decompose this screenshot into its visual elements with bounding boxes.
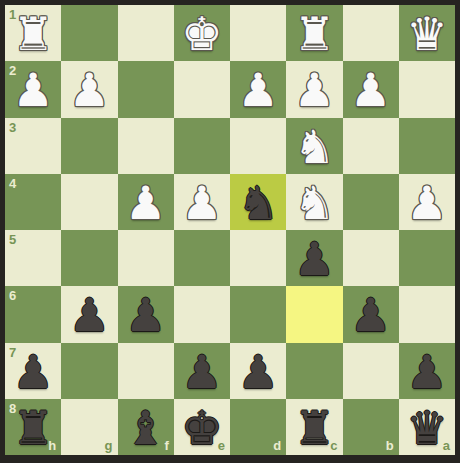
board-frame: 1♜♚♜♛2♟♟♟♟♟3♞4♟♟♞♞♟5♟6♟♟♟7♟♟♟♟8h♜gf♝e♚dc…	[0, 0, 460, 463]
square-a3[interactable]	[399, 118, 455, 174]
square-d3[interactable]	[230, 118, 286, 174]
rank-label-5: 5	[9, 233, 16, 246]
black-pawn[interactable]: ♟	[230, 343, 286, 399]
square-h1[interactable]: 1♜	[5, 5, 61, 61]
square-b6[interactable]: ♟	[343, 286, 399, 342]
square-a8[interactable]: a♛	[399, 399, 455, 455]
square-c6[interactable]	[286, 286, 342, 342]
square-h2[interactable]: 2♟	[5, 61, 61, 117]
square-b1[interactable]	[343, 5, 399, 61]
square-d8[interactable]: d	[230, 399, 286, 455]
square-h6[interactable]: 6	[5, 286, 61, 342]
square-a5[interactable]	[399, 230, 455, 286]
white-rook[interactable]: ♜	[286, 5, 342, 61]
black-pawn[interactable]: ♟	[118, 286, 174, 342]
black-king[interactable]: ♚	[174, 399, 230, 455]
black-rook[interactable]: ♜	[5, 399, 61, 455]
square-b3[interactable]	[343, 118, 399, 174]
square-d5[interactable]	[230, 230, 286, 286]
white-pawn[interactable]: ♟	[343, 61, 399, 117]
white-king[interactable]: ♚	[174, 5, 230, 61]
square-b2[interactable]: ♟	[343, 61, 399, 117]
rank-label-4: 4	[9, 177, 16, 190]
square-e8[interactable]: e♚	[174, 399, 230, 455]
white-pawn[interactable]: ♟	[286, 61, 342, 117]
black-pawn[interactable]: ♟	[399, 343, 455, 399]
square-e1[interactable]: ♚	[174, 5, 230, 61]
black-knight[interactable]: ♞	[230, 174, 286, 230]
black-pawn[interactable]: ♟	[174, 343, 230, 399]
square-f2[interactable]	[118, 61, 174, 117]
square-c4[interactable]: ♞	[286, 174, 342, 230]
square-a2[interactable]	[399, 61, 455, 117]
white-pawn[interactable]: ♟	[61, 61, 117, 117]
white-knight[interactable]: ♞	[286, 174, 342, 230]
square-e4[interactable]: ♟	[174, 174, 230, 230]
square-g7[interactable]	[61, 343, 117, 399]
square-f4[interactable]: ♟	[118, 174, 174, 230]
square-h8[interactable]: 8h♜	[5, 399, 61, 455]
square-c3[interactable]: ♞	[286, 118, 342, 174]
black-pawn[interactable]: ♟	[5, 343, 61, 399]
white-queen[interactable]: ♛	[399, 5, 455, 61]
square-e2[interactable]	[174, 61, 230, 117]
square-e6[interactable]	[174, 286, 230, 342]
square-g1[interactable]	[61, 5, 117, 61]
square-c5[interactable]: ♟	[286, 230, 342, 286]
square-f6[interactable]: ♟	[118, 286, 174, 342]
square-h3[interactable]: 3	[5, 118, 61, 174]
white-pawn[interactable]: ♟	[174, 174, 230, 230]
square-c1[interactable]: ♜	[286, 5, 342, 61]
square-b4[interactable]	[343, 174, 399, 230]
square-b8[interactable]: b	[343, 399, 399, 455]
square-b5[interactable]	[343, 230, 399, 286]
square-g8[interactable]: g	[61, 399, 117, 455]
white-pawn[interactable]: ♟	[5, 61, 61, 117]
square-g5[interactable]	[61, 230, 117, 286]
white-pawn[interactable]: ♟	[399, 174, 455, 230]
file-label-b: b	[386, 439, 394, 452]
square-g2[interactable]: ♟	[61, 61, 117, 117]
square-d2[interactable]: ♟	[230, 61, 286, 117]
square-f3[interactable]	[118, 118, 174, 174]
file-label-g: g	[105, 439, 113, 452]
square-f5[interactable]	[118, 230, 174, 286]
square-e7[interactable]: ♟	[174, 343, 230, 399]
square-e5[interactable]	[174, 230, 230, 286]
square-f8[interactable]: f♝	[118, 399, 174, 455]
black-rook[interactable]: ♜	[286, 399, 342, 455]
square-c7[interactable]	[286, 343, 342, 399]
square-b7[interactable]	[343, 343, 399, 399]
file-label-d: d	[273, 439, 281, 452]
white-pawn[interactable]: ♟	[118, 174, 174, 230]
square-d7[interactable]: ♟	[230, 343, 286, 399]
square-a7[interactable]: ♟	[399, 343, 455, 399]
square-g6[interactable]: ♟	[61, 286, 117, 342]
black-pawn[interactable]: ♟	[343, 286, 399, 342]
square-f1[interactable]	[118, 5, 174, 61]
square-a6[interactable]	[399, 286, 455, 342]
square-d1[interactable]	[230, 5, 286, 61]
square-h5[interactable]: 5	[5, 230, 61, 286]
square-e3[interactable]	[174, 118, 230, 174]
black-bishop[interactable]: ♝	[118, 399, 174, 455]
square-d4[interactable]: ♞	[230, 174, 286, 230]
square-g4[interactable]	[61, 174, 117, 230]
square-h7[interactable]: 7♟	[5, 343, 61, 399]
white-pawn[interactable]: ♟	[230, 61, 286, 117]
black-pawn[interactable]: ♟	[61, 286, 117, 342]
black-pawn[interactable]: ♟	[286, 230, 342, 286]
white-knight[interactable]: ♞	[286, 118, 342, 174]
square-d6[interactable]	[230, 286, 286, 342]
square-g3[interactable]	[61, 118, 117, 174]
rank-label-3: 3	[9, 121, 16, 134]
square-a4[interactable]: ♟	[399, 174, 455, 230]
rank-label-6: 6	[9, 289, 16, 302]
white-rook[interactable]: ♜	[5, 5, 61, 61]
black-queen[interactable]: ♛	[399, 399, 455, 455]
square-a1[interactable]: ♛	[399, 5, 455, 61]
square-c8[interactable]: c♜	[286, 399, 342, 455]
square-c2[interactable]: ♟	[286, 61, 342, 117]
chess-board[interactable]: 1♜♚♜♛2♟♟♟♟♟3♞4♟♟♞♞♟5♟6♟♟♟7♟♟♟♟8h♜gf♝e♚dc…	[5, 5, 455, 455]
square-h4[interactable]: 4	[5, 174, 61, 230]
square-f7[interactable]	[118, 343, 174, 399]
